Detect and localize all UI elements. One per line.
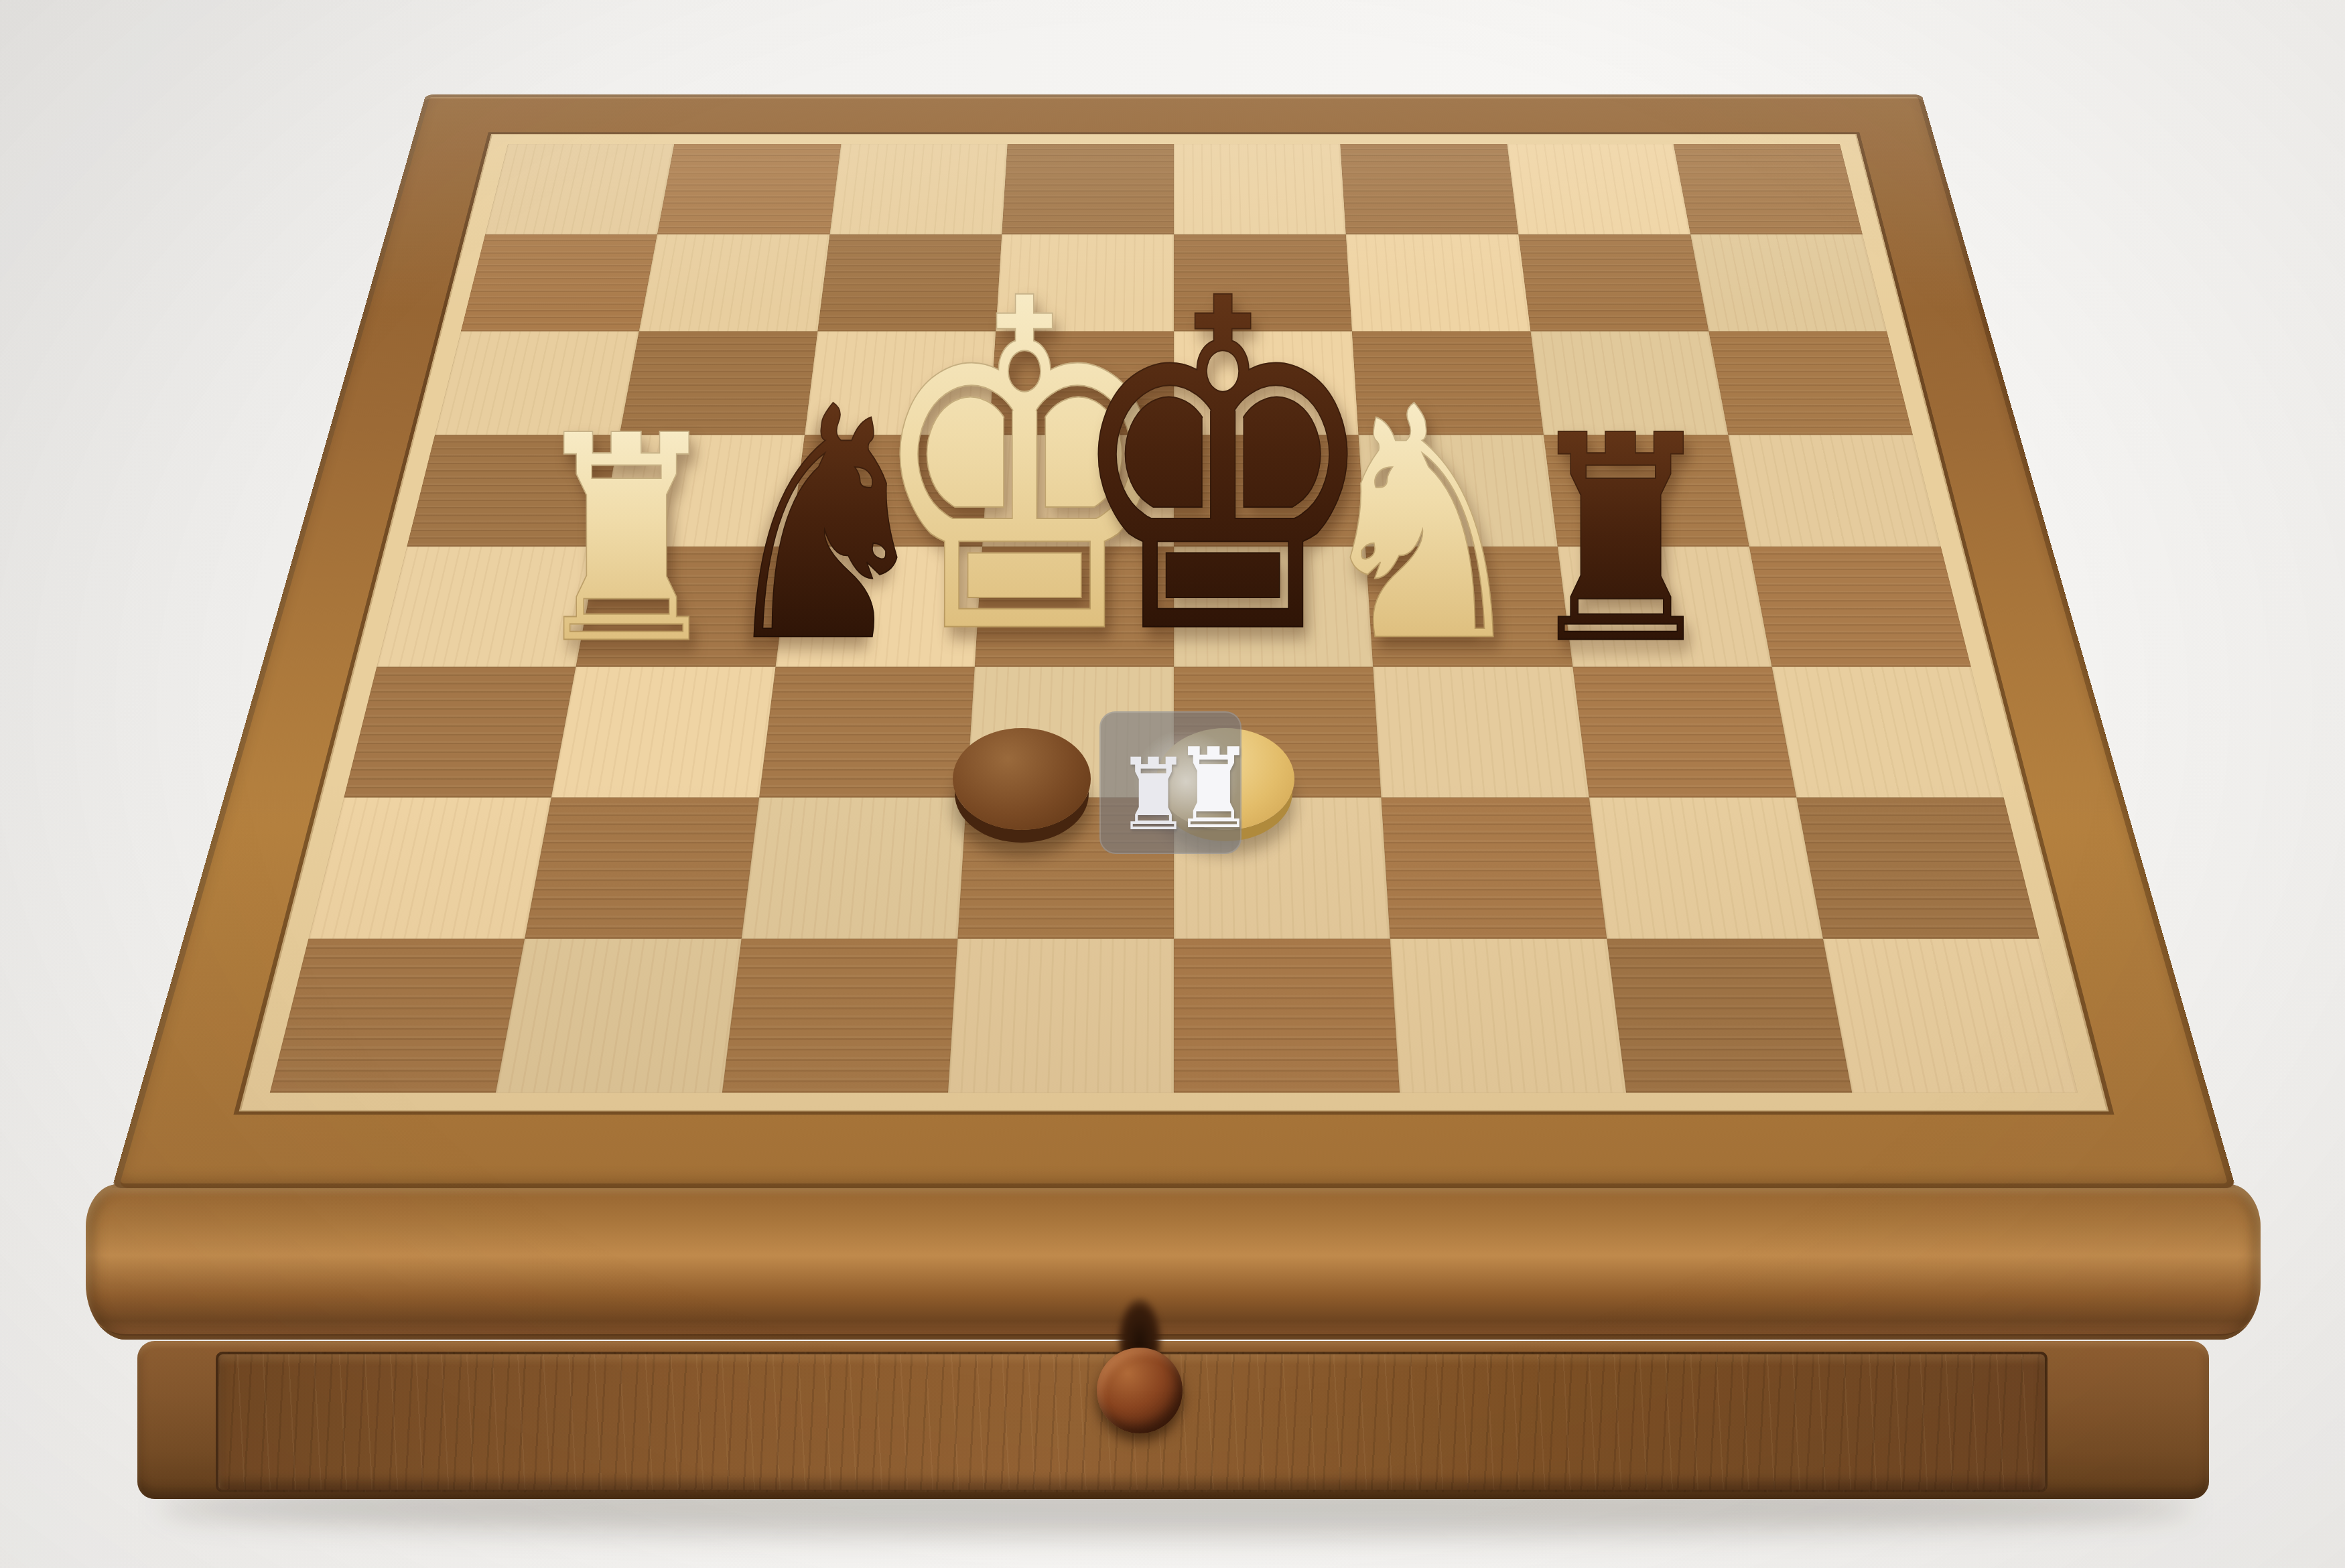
square-g8[interactable] [1507, 144, 1690, 234]
square-h5[interactable] [1728, 435, 1941, 547]
square-h8[interactable] [1674, 144, 1863, 234]
square-g7[interactable] [1518, 234, 1708, 331]
board-edge-molding [86, 1184, 2261, 1340]
square-c2[interactable] [741, 797, 966, 938]
square-h7[interactable] [1690, 234, 1887, 331]
white-knight-f4[interactable]: ♞ [1310, 366, 1534, 686]
square-e1[interactable] [1174, 938, 1400, 1092]
square-f1[interactable] [1390, 938, 1626, 1092]
square-a2[interactable] [308, 797, 551, 938]
photo-scene: ♜♞♚♚♞♜ ♜ ♜ [0, 0, 2345, 1568]
square-c1[interactable] [722, 938, 957, 1092]
square-h6[interactable] [1708, 331, 1913, 435]
drawer-knob[interactable] [1097, 1348, 1183, 1433]
white-rook-b4[interactable]: ♜ [527, 399, 726, 683]
watermark-rook-icon: ♜ [1172, 733, 1254, 845]
square-b2[interactable] [525, 797, 758, 938]
square-a7[interactable] [461, 234, 657, 331]
square-g2[interactable] [1589, 797, 1822, 938]
square-a8[interactable] [485, 144, 674, 234]
square-h2[interactable] [1796, 797, 2039, 938]
square-b1[interactable] [496, 938, 741, 1092]
square-b8[interactable] [657, 144, 841, 234]
square-h4[interactable] [1749, 547, 1971, 667]
square-b7[interactable] [639, 234, 829, 331]
square-d1[interactable] [948, 938, 1174, 1092]
square-h3[interactable] [1771, 667, 2003, 798]
square-g1[interactable] [1607, 938, 1852, 1092]
square-f2[interactable] [1382, 797, 1607, 938]
square-a1[interactable] [270, 938, 525, 1092]
square-h1[interactable] [1823, 938, 2078, 1092]
black-rook-g4[interactable]: ♜ [1522, 399, 1721, 683]
dark-checker-d3[interactable] [953, 728, 1091, 830]
two-rooks-watermark: ♜ ♜ [1099, 711, 1242, 854]
